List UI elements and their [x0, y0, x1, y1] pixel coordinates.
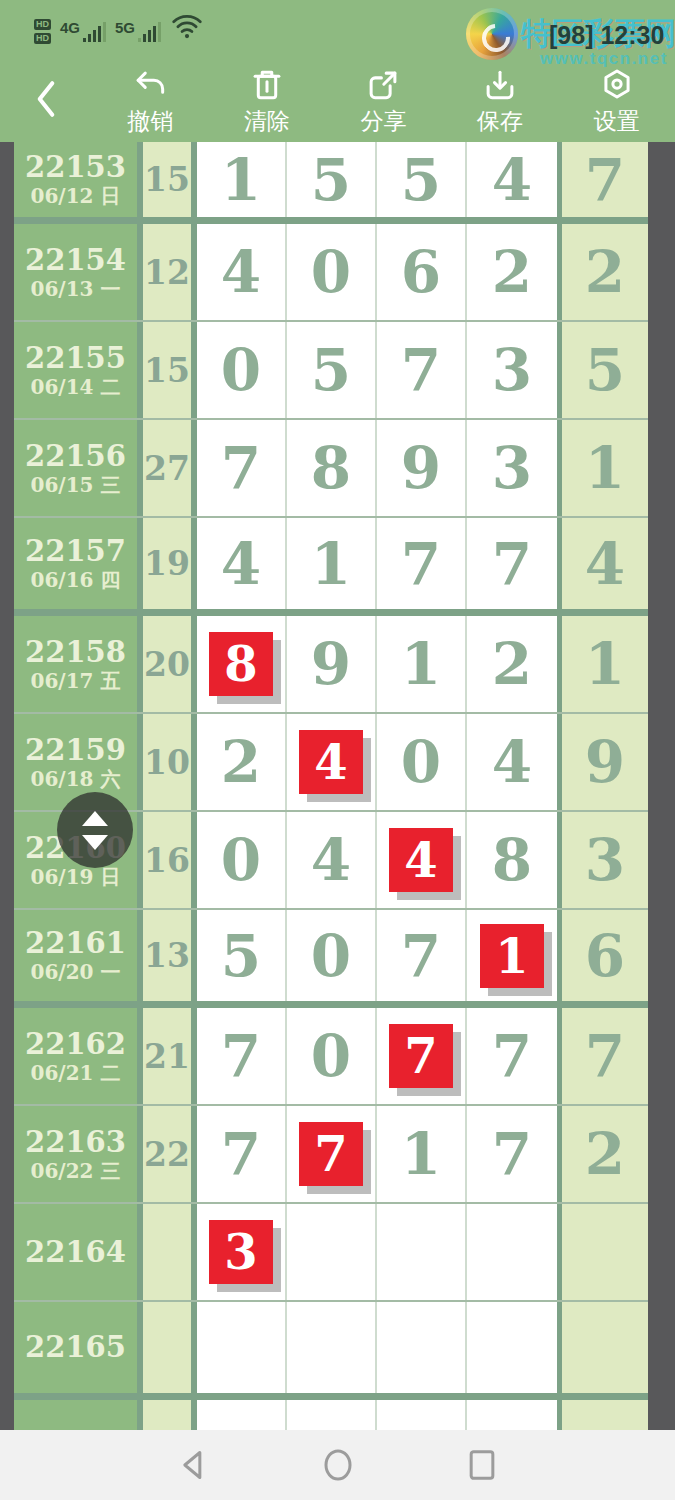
sum-cell: 15	[143, 322, 197, 418]
trend-chart: 2215306/12 日15155472215406/13 一124062222…	[0, 142, 675, 1430]
issue-number: 22165	[25, 1333, 126, 1362]
issue-number: 22162	[25, 1030, 126, 1059]
save-button[interactable]: 保存	[442, 66, 559, 137]
digit-cell-22154-c5[interactable]: 2	[557, 224, 648, 320]
marked-digit-22162[interactable]: 7	[389, 1024, 453, 1088]
digit-value: 2	[221, 733, 261, 791]
android-nav-bar	[0, 1430, 675, 1500]
digit-value: 3	[492, 439, 532, 497]
marked-digit-value: 4	[314, 738, 347, 786]
issue-number: 22157	[25, 537, 126, 566]
digit-value: 3	[492, 341, 532, 399]
sum-cell: 19	[143, 518, 197, 609]
digit-cell-22153-c1[interactable]: 1	[197, 142, 287, 217]
digit-value: 9	[585, 733, 625, 791]
digit-cell-22165-c5[interactable]	[557, 1302, 648, 1393]
draw-date: 06/12 日	[31, 186, 121, 206]
issue-cell: 2215306/12 日	[14, 142, 143, 217]
digit-value: 2	[492, 243, 532, 301]
issue-cell: 2216206/21 二	[14, 1008, 143, 1104]
marked-digit-value: 8	[224, 640, 257, 688]
hd-badges: HD HD	[34, 19, 51, 44]
4g-signal-icon: 4G	[60, 18, 106, 44]
digit-value: 6	[585, 927, 625, 985]
nav-recents-button[interactable]	[462, 1445, 502, 1485]
digit-value: 7	[585, 1027, 625, 1085]
chart-row-22153: 2215306/12 日1515547	[14, 142, 648, 224]
digit-value: 9	[311, 635, 351, 693]
marked-digit-22159[interactable]: 4	[299, 730, 363, 794]
digit-value: 1	[401, 1125, 441, 1183]
digit-cell-22158-c1[interactable]: 8	[197, 616, 287, 712]
digit-cell-22161-c4[interactable]: 1	[467, 910, 557, 1001]
clear-button[interactable]: 清除	[209, 66, 326, 137]
marked-digit-value: 7	[404, 1032, 437, 1080]
draw-date: 06/21 二	[31, 1063, 121, 1083]
digit-cell-22160-c2[interactable]: 4	[287, 812, 377, 908]
draw-date: 06/19 日	[31, 867, 121, 887]
digit-cell-22164-c3[interactable]	[377, 1204, 467, 1300]
digit-cell-22160-c4[interactable]: 8	[467, 812, 557, 908]
sum-cell	[143, 1400, 197, 1430]
digit-value: 0	[311, 243, 351, 301]
sum-cell: 10	[143, 714, 197, 810]
back-chevron-icon	[29, 77, 63, 125]
marked-digit-22163[interactable]: 7	[299, 1122, 363, 1186]
digit-value: 7	[492, 1125, 532, 1183]
digit-value: 7	[221, 1027, 261, 1085]
hd-icon: HD	[34, 19, 51, 30]
digit-value: 4	[585, 535, 625, 593]
digit-cell-22160-c5[interactable]: 3	[557, 812, 648, 908]
sum-cell: 27	[143, 420, 197, 516]
digit-value: 8	[492, 831, 532, 889]
digit-value: 5	[311, 341, 351, 399]
digit-cell-22161-c5[interactable]: 6	[557, 910, 648, 1001]
digit-value: 5	[221, 927, 261, 985]
digit-value: 1	[221, 151, 261, 209]
digit-value: 3	[585, 831, 625, 889]
digit-cell-22153-c3[interactable]: 5	[377, 142, 467, 217]
draw-date: 06/20 一	[31, 962, 121, 982]
sum-cell	[143, 1204, 197, 1300]
share-label: 分享	[360, 106, 406, 137]
digit-value: 9	[401, 439, 441, 497]
digit-cell-22164-c1[interactable]: 3	[197, 1204, 287, 1300]
digit-cell-22157-c4[interactable]: 7	[467, 518, 557, 609]
digit-cell-22158-c3[interactable]: 1	[377, 616, 467, 712]
digit-cell-22160-c1[interactable]: 0	[197, 812, 287, 908]
issue-number: 22155	[25, 344, 126, 373]
5g-signal-icon: 5G	[115, 18, 161, 44]
clear-label: 清除	[244, 106, 290, 137]
digit-cell-22158-c5[interactable]: 1	[557, 616, 648, 712]
undo-icon	[131, 66, 169, 104]
scroll-up-icon	[82, 811, 108, 826]
issue-cell: 22164	[14, 1204, 143, 1300]
digit-value: 4	[492, 733, 532, 791]
issue-number: 22164	[25, 1238, 126, 1267]
digit-cell-22157-c1[interactable]: 4	[197, 518, 287, 609]
issue-cell: 2215606/15 三	[14, 420, 143, 516]
digit-value: 4	[221, 243, 261, 301]
digit-value: 7	[221, 1125, 261, 1183]
digit-value: 0	[221, 341, 261, 399]
chart-row-22154: 2215406/13 一1240622	[14, 224, 648, 322]
digit-cell-22157-c2[interactable]: 1	[287, 518, 377, 609]
digit-cell-22159-c5[interactable]: 9	[557, 714, 648, 810]
digit-value: 4	[221, 535, 261, 593]
digit-cell-22158-c2[interactable]: 9	[287, 616, 377, 712]
digit-cell-22162-c4[interactable]: 7	[467, 1008, 557, 1104]
digit-cell-22159-c2[interactable]: 4	[287, 714, 377, 810]
digit-cell-22155-c3[interactable]: 7	[377, 322, 467, 418]
settings-label: 设置	[594, 106, 640, 137]
digit-value: 0	[401, 733, 441, 791]
digit-cell-partial-c4[interactable]	[467, 1400, 557, 1430]
digit-cell-22162-c3[interactable]: 7	[377, 1008, 467, 1104]
issue-number: 22153	[25, 153, 126, 182]
trend-grid: 2215306/12 日15155472215406/13 一124062222…	[14, 142, 648, 1430]
digit-cell-partial-c5[interactable]	[557, 1400, 648, 1430]
watermark-url: www.tqcn.net	[540, 49, 668, 69]
issue-number: 22163	[25, 1128, 126, 1157]
issue-number: 22154	[25, 246, 126, 275]
scroll-down-icon	[82, 835, 108, 850]
digit-cell-22156-c4[interactable]: 3	[467, 420, 557, 516]
draw-date: 06/13 一	[31, 279, 121, 299]
issue-cell: 2215506/14 二	[14, 322, 143, 418]
digit-value: 2	[492, 635, 532, 693]
digit-cell-22163-c4[interactable]: 7	[467, 1106, 557, 1202]
status-icons: HD HD 4G 5G	[34, 12, 204, 44]
chart-row-22157: 2215706/16 四1941774	[14, 518, 648, 616]
marked-digit-value: 7	[314, 1130, 347, 1178]
digit-cell-22160-c3[interactable]: 4	[377, 812, 467, 908]
sum-cell: 12	[143, 224, 197, 320]
save-icon	[481, 66, 519, 104]
undo-button[interactable]: 撤销	[92, 66, 209, 137]
digit-cell-22156-c2[interactable]: 8	[287, 420, 377, 516]
digit-value: 7	[401, 535, 441, 593]
digit-cell-22159-c1[interactable]: 2	[197, 714, 287, 810]
digit-cell-22163-c1[interactable]: 7	[197, 1106, 287, 1202]
digit-cell-22155-c2[interactable]: 5	[287, 322, 377, 418]
issue-number: 22161	[25, 929, 126, 958]
digit-value: 1	[401, 635, 441, 693]
hd-icon: HD	[34, 33, 51, 44]
chart-row-22165: 22165	[14, 1302, 648, 1400]
issue-number: 22158	[25, 638, 126, 667]
digit-value: 2	[585, 243, 625, 301]
digit-cell-22164-c5[interactable]	[557, 1204, 648, 1300]
digit-cell-22157-c5[interactable]: 4	[557, 518, 648, 609]
site-logo-swirl	[466, 8, 518, 60]
share-icon	[364, 66, 402, 104]
share-button[interactable]: 分享	[325, 66, 442, 137]
sum-cell: 22	[143, 1106, 197, 1202]
sum-cell: 13	[143, 910, 197, 1001]
digit-value: 1	[585, 439, 625, 497]
marked-digit-22164[interactable]: 3	[209, 1220, 273, 1284]
digit-value: 0	[311, 1027, 351, 1085]
digit-cell-22165-c4[interactable]	[467, 1302, 557, 1393]
digit-cell-partial-c2[interactable]	[287, 1400, 377, 1430]
digit-cell-22161-c1[interactable]: 5	[197, 910, 287, 1001]
marked-digit-22161[interactable]: 1	[480, 924, 544, 988]
digit-cell-22158-c4[interactable]: 2	[467, 616, 557, 712]
issue-number: 22156	[25, 442, 126, 471]
marked-digit-value: 1	[495, 932, 528, 980]
nav-home-button[interactable]	[318, 1445, 358, 1485]
issue-cell: 2215706/16 四	[14, 518, 143, 609]
issue-number: 22159	[25, 736, 126, 765]
issue-cell	[14, 1400, 143, 1430]
issue-cell: 2215806/17 五	[14, 616, 143, 712]
chart-row-22164: 221643	[14, 1204, 648, 1302]
digit-cell-22162-c2[interactable]: 0	[287, 1008, 377, 1104]
digit-cell-22162-c5[interactable]: 7	[557, 1008, 648, 1104]
digit-cell-22165-c1[interactable]	[197, 1302, 287, 1393]
digit-cell-22155-c1[interactable]: 0	[197, 322, 287, 418]
digit-cell-22156-c1[interactable]: 7	[197, 420, 287, 516]
issue-cell: 2216306/22 三	[14, 1106, 143, 1202]
digit-value: 1	[585, 635, 625, 693]
undo-label: 撤销	[127, 106, 173, 137]
digit-cell-22163-c3[interactable]: 1	[377, 1106, 467, 1202]
digit-value: 6	[401, 243, 441, 301]
digit-cell-partial-c1[interactable]	[197, 1400, 287, 1430]
marked-digit-value: 4	[404, 836, 437, 884]
chart-row-22156: 2215606/15 三2778931	[14, 420, 648, 518]
digit-cell-22165-c3[interactable]	[377, 1302, 467, 1393]
digit-cell-22157-c3[interactable]: 7	[377, 518, 467, 609]
digit-cell-22159-c4[interactable]: 4	[467, 714, 557, 810]
lottery-trend-app: HD HD 4G 5G	[0, 0, 675, 1500]
digit-value: 8	[311, 439, 351, 497]
issue-cell: 2215406/13 一	[14, 224, 143, 320]
draw-date: 06/16 四	[31, 570, 121, 590]
digit-cell-22164-c2[interactable]	[287, 1204, 377, 1300]
sum-cell: 20	[143, 616, 197, 712]
draw-date: 06/15 三	[31, 475, 121, 495]
draw-date: 06/18 六	[31, 769, 121, 789]
draw-date: 06/17 五	[31, 671, 121, 691]
battery-time: [98] 12:30	[549, 21, 664, 50]
digit-cell-22163-c2[interactable]: 7	[287, 1106, 377, 1202]
digit-cell-22156-c3[interactable]: 9	[377, 420, 467, 516]
marked-digit-22160[interactable]: 4	[389, 828, 453, 892]
digit-value: 7	[401, 341, 441, 399]
sum-cell: 21	[143, 1008, 197, 1104]
digit-value: 5	[401, 151, 441, 209]
chart-row-22158: 2215806/17 五2089121	[14, 616, 648, 714]
digit-cell-22161-c2[interactable]: 0	[287, 910, 377, 1001]
chart-row-22163: 2216306/22 三2277172	[14, 1106, 648, 1204]
digit-cell-22153-c5[interactable]: 7	[557, 142, 648, 217]
chart-row-22155: 2215506/14 二1505735	[14, 322, 648, 420]
digit-value: 2	[585, 1125, 625, 1183]
issue-cell: 22165	[14, 1302, 143, 1393]
digit-cell-22165-c2[interactable]	[287, 1302, 377, 1393]
save-label: 保存	[477, 106, 523, 137]
digit-cell-22153-c2[interactable]: 5	[287, 142, 377, 217]
digit-cell-22154-c3[interactable]: 6	[377, 224, 467, 320]
nav-back-button[interactable]	[174, 1445, 214, 1485]
digit-value: 5	[311, 151, 351, 209]
digit-value: 7	[492, 1027, 532, 1085]
marked-digit-22158[interactable]: 8	[209, 632, 273, 696]
marked-digit-value: 3	[224, 1228, 257, 1276]
digit-cell-22161-c3[interactable]: 7	[377, 910, 467, 1001]
digit-cell-22154-c4[interactable]: 2	[467, 224, 557, 320]
digit-cell-22163-c5[interactable]: 2	[557, 1106, 648, 1202]
chart-row-22161: 2216106/20 一1350716	[14, 910, 648, 1008]
digit-cell-22153-c4[interactable]: 4	[467, 142, 557, 217]
digit-value: 0	[311, 927, 351, 985]
digit-value: 7	[585, 151, 625, 209]
digit-value: 7	[492, 535, 532, 593]
digit-cell-22156-c5[interactable]: 1	[557, 420, 648, 516]
digit-value: 0	[221, 831, 261, 889]
sum-cell: 15	[143, 142, 197, 217]
settings-icon	[598, 66, 636, 104]
draw-date: 06/14 二	[31, 377, 121, 397]
digit-cell-partial-c3[interactable]	[377, 1400, 467, 1430]
status-bar: HD HD 4G 5G	[0, 0, 675, 60]
digit-value: 1	[311, 535, 351, 593]
digit-cell-22155-c5[interactable]: 5	[557, 322, 648, 418]
chart-row-22162: 2216206/21 二2170777	[14, 1008, 648, 1106]
scroll-toggle-button[interactable]	[57, 792, 133, 868]
trash-icon	[248, 66, 286, 104]
digit-cell-22154-c1[interactable]: 4	[197, 224, 287, 320]
sum-cell	[143, 1302, 197, 1393]
digit-value: 4	[492, 151, 532, 209]
digit-value: 7	[221, 439, 261, 497]
digit-value: 5	[585, 341, 625, 399]
digit-cell-22162-c1[interactable]: 7	[197, 1008, 287, 1104]
sum-cell: 16	[143, 812, 197, 908]
issue-cell: 2216106/20 一	[14, 910, 143, 1001]
draw-date: 06/22 三	[31, 1161, 121, 1181]
back-button[interactable]	[0, 77, 92, 125]
digit-cell-22154-c2[interactable]: 0	[287, 224, 377, 320]
chart-row-partial	[14, 1400, 648, 1430]
toolbar: 撤销 清除 分享 保存	[0, 60, 675, 142]
digit-cell-22164-c4[interactable]	[467, 1204, 557, 1300]
settings-button[interactable]: 设置	[558, 66, 675, 137]
digit-value: 7	[401, 927, 441, 985]
digit-cell-22155-c4[interactable]: 3	[467, 322, 557, 418]
digit-cell-22159-c3[interactable]: 0	[377, 714, 467, 810]
digit-value: 4	[311, 831, 351, 889]
wifi-icon	[170, 12, 204, 44]
